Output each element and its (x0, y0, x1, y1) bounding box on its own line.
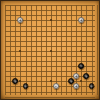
white-stone-P5[interactable] (73, 73, 79, 79)
grid-line-horizontal (5, 97, 94, 98)
star-point (19, 80, 21, 82)
grid-line-vertical (92, 5, 93, 94)
grid-line-vertical (97, 5, 98, 94)
white-stone-D16[interactable] (18, 18, 24, 24)
star-point (50, 80, 52, 82)
black-stone-O4[interactable] (68, 78, 74, 84)
black-stone-S3[interactable] (89, 84, 95, 90)
star-point (80, 50, 82, 52)
grid-line-horizontal (5, 92, 94, 93)
black-stone-C4[interactable] (12, 78, 18, 84)
star-point (50, 50, 52, 52)
star-point (50, 19, 52, 21)
white-stone-L3[interactable] (53, 84, 59, 90)
go-board-screenshot (0, 0, 100, 100)
star-point (80, 80, 82, 82)
black-stone-E3[interactable] (23, 84, 29, 90)
black-stone-R5[interactable] (84, 73, 90, 79)
go-board[interactable] (0, 0, 100, 100)
black-stone-Q7[interactable] (78, 63, 84, 69)
grid-line-vertical (86, 5, 87, 94)
white-stone-Q16[interactable] (78, 18, 84, 24)
grid-line-horizontal (5, 86, 94, 87)
white-stone-P3[interactable] (73, 84, 79, 90)
star-point (19, 50, 21, 52)
